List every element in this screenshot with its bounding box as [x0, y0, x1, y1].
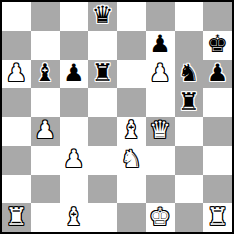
- black-pawn-f7[interactable]: ♟: [149, 32, 171, 56]
- square-e7[interactable]: [117, 31, 146, 60]
- square-e4[interactable]: ♝: [117, 117, 146, 146]
- square-e3[interactable]: ♞: [117, 146, 146, 175]
- square-d3[interactable]: [88, 146, 117, 175]
- black-pawn-h6[interactable]: ♟: [207, 61, 229, 85]
- square-f7[interactable]: ♟: [146, 31, 175, 60]
- square-e2[interactable]: [117, 175, 146, 204]
- chess-board: ♛♟♚♟♝♟♜♟♞♟♜♟♝♛♟♞♜♝♚♜: [0, 0, 234, 234]
- white-pawn-a6[interactable]: ♟: [6, 61, 28, 85]
- square-d6[interactable]: ♜: [88, 60, 117, 89]
- square-f5[interactable]: [146, 88, 175, 117]
- white-king-f1[interactable]: ♚: [149, 205, 171, 229]
- white-rook-a1[interactable]: ♜: [6, 205, 28, 229]
- square-a7[interactable]: [2, 31, 31, 60]
- square-h6[interactable]: ♟: [203, 60, 232, 89]
- white-bishop-c1[interactable]: ♝: [63, 205, 85, 229]
- black-king-h7[interactable]: ♚: [207, 32, 229, 56]
- square-a2[interactable]: [2, 175, 31, 204]
- square-d5[interactable]: [88, 88, 117, 117]
- square-a5[interactable]: [2, 88, 31, 117]
- square-f6[interactable]: ♟: [146, 60, 175, 89]
- white-rook-h1[interactable]: ♜: [207, 205, 229, 229]
- square-e6[interactable]: [117, 60, 146, 89]
- square-a6[interactable]: ♟: [2, 60, 31, 89]
- square-f8[interactable]: [146, 2, 175, 31]
- square-c8[interactable]: [60, 2, 89, 31]
- square-a8[interactable]: [2, 2, 31, 31]
- white-pawn-c3[interactable]: ♟: [63, 147, 85, 171]
- square-f4[interactable]: ♛: [146, 117, 175, 146]
- black-queen-d8[interactable]: ♛: [92, 3, 114, 27]
- square-b6[interactable]: ♝: [31, 60, 60, 89]
- square-g2[interactable]: [175, 175, 204, 204]
- square-b4[interactable]: ♟: [31, 117, 60, 146]
- square-c5[interactable]: [60, 88, 89, 117]
- square-d8[interactable]: ♛: [88, 2, 117, 31]
- square-e8[interactable]: [117, 2, 146, 31]
- square-g1[interactable]: [175, 203, 204, 232]
- square-d2[interactable]: [88, 175, 117, 204]
- white-pawn-f6[interactable]: ♟: [149, 61, 171, 85]
- square-f2[interactable]: [146, 175, 175, 204]
- square-h7[interactable]: ♚: [203, 31, 232, 60]
- square-g5[interactable]: ♜: [175, 88, 204, 117]
- square-g8[interactable]: [175, 2, 204, 31]
- square-h4[interactable]: [203, 117, 232, 146]
- square-b8[interactable]: [31, 2, 60, 31]
- black-bishop-b6[interactable]: ♝: [34, 61, 56, 85]
- square-c2[interactable]: [60, 175, 89, 204]
- square-c7[interactable]: [60, 31, 89, 60]
- white-queen-f4[interactable]: ♛: [149, 118, 171, 142]
- black-rook-d6[interactable]: ♜: [92, 61, 114, 85]
- square-b3[interactable]: [31, 146, 60, 175]
- square-g7[interactable]: [175, 31, 204, 60]
- square-f3[interactable]: [146, 146, 175, 175]
- square-h3[interactable]: [203, 146, 232, 175]
- square-h8[interactable]: [203, 2, 232, 31]
- square-a1[interactable]: ♜: [2, 203, 31, 232]
- black-knight-g6[interactable]: ♞: [178, 61, 200, 85]
- square-c3[interactable]: ♟: [60, 146, 89, 175]
- square-f1[interactable]: ♚: [146, 203, 175, 232]
- white-knight-e3[interactable]: ♞: [121, 147, 143, 171]
- square-a3[interactable]: [2, 146, 31, 175]
- square-d7[interactable]: [88, 31, 117, 60]
- square-e5[interactable]: [117, 88, 146, 117]
- black-rook-g5[interactable]: ♜: [178, 90, 200, 114]
- square-c6[interactable]: ♟: [60, 60, 89, 89]
- square-c4[interactable]: [60, 117, 89, 146]
- square-e1[interactable]: [117, 203, 146, 232]
- square-d4[interactable]: [88, 117, 117, 146]
- square-g4[interactable]: [175, 117, 204, 146]
- square-g3[interactable]: [175, 146, 204, 175]
- square-g6[interactable]: ♞: [175, 60, 204, 89]
- square-h5[interactable]: [203, 88, 232, 117]
- white-bishop-e4[interactable]: ♝: [121, 118, 143, 142]
- square-b5[interactable]: [31, 88, 60, 117]
- square-h1[interactable]: ♜: [203, 203, 232, 232]
- square-d1[interactable]: [88, 203, 117, 232]
- white-pawn-b4[interactable]: ♟: [34, 118, 56, 142]
- square-c1[interactable]: ♝: [60, 203, 89, 232]
- square-h2[interactable]: [203, 175, 232, 204]
- square-b7[interactable]: [31, 31, 60, 60]
- black-pawn-c6[interactable]: ♟: [63, 61, 85, 85]
- square-b1[interactable]: [31, 203, 60, 232]
- square-a4[interactable]: [2, 117, 31, 146]
- square-b2[interactable]: [31, 175, 60, 204]
